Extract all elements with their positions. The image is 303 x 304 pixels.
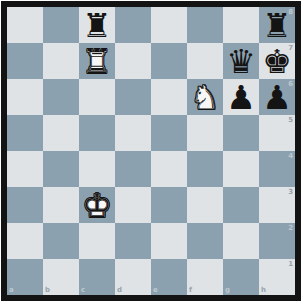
rank-label-4: 4	[288, 152, 293, 160]
square-f3[interactable]	[187, 187, 223, 223]
square-d6[interactable]	[115, 79, 151, 115]
square-a4[interactable]	[7, 151, 43, 187]
square-d4[interactable]	[115, 151, 151, 187]
square-c3[interactable]: ♚♔	[79, 187, 115, 223]
square-c6[interactable]	[79, 79, 115, 115]
rank-label-1: 1	[288, 260, 293, 268]
square-c8[interactable]: ♜	[79, 7, 115, 43]
square-e1[interactable]: e	[151, 259, 187, 295]
file-label-a: a	[9, 286, 14, 294]
square-e8[interactable]	[151, 7, 187, 43]
square-c4[interactable]	[79, 151, 115, 187]
square-d5[interactable]	[115, 115, 151, 151]
square-a1[interactable]: a	[7, 259, 43, 295]
chess-board: ♜8♜♜♖♛7♚♞♘♟6♟54♚♔32abcdefg1h	[7, 7, 295, 295]
square-g7[interactable]: ♛	[223, 43, 259, 79]
white-rook-outline: ♖	[79, 43, 115, 79]
square-b3[interactable]	[43, 187, 79, 223]
square-f4[interactable]	[187, 151, 223, 187]
square-d2[interactable]	[115, 223, 151, 259]
white-rook[interactable]: ♜♖	[79, 43, 115, 79]
square-b8[interactable]	[43, 7, 79, 43]
square-h3[interactable]: 3	[259, 187, 295, 223]
black-rook[interactable]: ♜	[259, 7, 295, 43]
square-e2[interactable]	[151, 223, 187, 259]
square-g5[interactable]	[223, 115, 259, 151]
square-e6[interactable]	[151, 79, 187, 115]
square-e4[interactable]	[151, 151, 187, 187]
square-b7[interactable]	[43, 43, 79, 79]
square-g3[interactable]	[223, 187, 259, 223]
square-g1[interactable]: g	[223, 259, 259, 295]
file-label-e: e	[153, 286, 158, 294]
square-d7[interactable]	[115, 43, 151, 79]
square-f2[interactable]	[187, 223, 223, 259]
square-e3[interactable]	[151, 187, 187, 223]
square-h7[interactable]: 7♚	[259, 43, 295, 79]
rank-label-3: 3	[288, 188, 293, 196]
square-b6[interactable]	[43, 79, 79, 115]
square-b4[interactable]	[43, 151, 79, 187]
square-a5[interactable]	[7, 115, 43, 151]
square-h6[interactable]: 6♟	[259, 79, 295, 115]
square-h4[interactable]: 4	[259, 151, 295, 187]
square-h5[interactable]: 5	[259, 115, 295, 151]
page: ♜8♜♜♖♛7♚♞♘♟6♟54♚♔32abcdefg1h	[0, 0, 303, 304]
white-king-outline: ♔	[79, 187, 115, 223]
square-a6[interactable]	[7, 79, 43, 115]
square-a8[interactable]	[7, 7, 43, 43]
square-c7[interactable]: ♜♖	[79, 43, 115, 79]
square-f7[interactable]	[187, 43, 223, 79]
square-h1[interactable]: 1h	[259, 259, 295, 295]
square-d8[interactable]	[115, 7, 151, 43]
square-h2[interactable]: 2	[259, 223, 295, 259]
square-g4[interactable]	[223, 151, 259, 187]
square-c1[interactable]: c	[79, 259, 115, 295]
square-b2[interactable]	[43, 223, 79, 259]
file-label-c: c	[81, 286, 85, 294]
black-rook[interactable]: ♜	[79, 7, 115, 43]
rank-label-5: 5	[288, 116, 293, 124]
square-b5[interactable]	[43, 115, 79, 151]
file-label-d: d	[117, 286, 122, 294]
square-e5[interactable]	[151, 115, 187, 151]
square-f6[interactable]: ♞♘	[187, 79, 223, 115]
white-king[interactable]: ♚♔	[79, 187, 115, 223]
square-g6[interactable]: ♟	[223, 79, 259, 115]
file-label-h: h	[261, 286, 266, 294]
white-knight-outline: ♘	[187, 79, 223, 115]
square-a3[interactable]	[7, 187, 43, 223]
square-b1[interactable]: b	[43, 259, 79, 295]
white-knight[interactable]: ♞♘	[187, 79, 223, 115]
square-a7[interactable]	[7, 43, 43, 79]
square-f1[interactable]: f	[187, 259, 223, 295]
square-f8[interactable]	[187, 7, 223, 43]
square-g8[interactable]	[223, 7, 259, 43]
black-queen[interactable]: ♛	[223, 43, 259, 79]
board-frame: ♜8♜♜♖♛7♚♞♘♟6♟54♚♔32abcdefg1h	[1, 1, 301, 301]
square-f5[interactable]	[187, 115, 223, 151]
rank-label-2: 2	[288, 224, 293, 232]
square-g2[interactable]	[223, 223, 259, 259]
black-pawn[interactable]: ♟	[259, 79, 295, 115]
square-h8[interactable]: 8♜	[259, 7, 295, 43]
square-d1[interactable]: d	[115, 259, 151, 295]
file-label-g: g	[225, 286, 230, 294]
square-d3[interactable]	[115, 187, 151, 223]
black-king[interactable]: ♚	[259, 43, 295, 79]
black-pawn[interactable]: ♟	[223, 79, 259, 115]
square-a2[interactable]	[7, 223, 43, 259]
file-label-f: f	[189, 286, 192, 294]
square-c5[interactable]	[79, 115, 115, 151]
file-label-b: b	[45, 286, 50, 294]
square-c2[interactable]	[79, 223, 115, 259]
square-e7[interactable]	[151, 43, 187, 79]
